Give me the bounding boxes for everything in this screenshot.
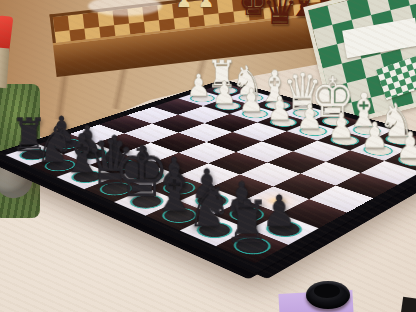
white-pawn-d2: ♟ [267, 94, 293, 123]
white-pawn-e2: ♟ [296, 102, 323, 132]
square-d4 [206, 132, 262, 152]
white-pawn-b2: ♟ [212, 79, 237, 107]
square-h8: ♜ [216, 229, 288, 263]
white-pawn-g2: ♟ [361, 120, 390, 152]
white-pawn-h2: ♟ [396, 130, 416, 163]
black-rook-h8: ♜ [224, 197, 270, 249]
white-pawn-f2: ♟ [328, 111, 356, 142]
photo-scene: ♚♛♝♟♟ ♟♟ ♜♞♝♛♚♝♞♜♟♟♟♟♟♟♟♟♟♟♟♟♟♟♟♟♜♞♝♛♚♝♞… [0, 0, 416, 312]
dark-object-corner [401, 297, 416, 312]
black-puck [306, 281, 350, 309]
white-pawn-a2: ♟ [187, 72, 211, 99]
board-perspective-wrap: ♜♞♝♛♚♝♞♜♟♟♟♟♟♟♟♟♟♟♟♟♟♟♟♟♜♞♝♛♚♝♞♜ [0, 0, 416, 312]
board-frame: ♜♞♝♛♚♝♞♜♟♟♟♟♟♟♟♟♟♟♟♟♟♟♟♟♜♞♝♛♚♝♞♜ [0, 80, 416, 273]
white-pawn-c2: ♟ [239, 86, 265, 115]
square-h4 [336, 173, 398, 198]
main-chess-board: ♜♞♝♛♚♝♞♜♟♟♟♟♟♟♟♟♟♟♟♟♟♟♟♟♜♞♝♛♚♝♞♜ [5, 83, 416, 263]
